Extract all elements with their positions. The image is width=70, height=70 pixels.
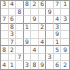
sudoku-cell-given: 9 xyxy=(61,46,69,54)
sudoku-cell-given: 7 xyxy=(54,1,62,9)
sudoku-cell-given: 8 xyxy=(31,61,39,69)
sudoku-cell-given: 2 xyxy=(61,61,69,69)
sudoku-cell-empty[interactable] xyxy=(46,39,54,47)
sudoku-cell-empty[interactable] xyxy=(1,54,9,62)
sudoku-cell-empty[interactable] xyxy=(46,24,54,32)
sudoku-cell-empty[interactable] xyxy=(24,54,32,62)
sudoku-cell-given: 2 xyxy=(39,24,47,32)
sudoku-cell-given: 8 xyxy=(9,24,17,32)
sudoku-cell-empty[interactable] xyxy=(54,54,62,62)
sudoku-cell-empty[interactable] xyxy=(46,46,54,54)
sudoku-cell-empty[interactable] xyxy=(24,46,32,54)
sudoku-cell-empty[interactable] xyxy=(39,54,47,62)
sudoku-cell-empty[interactable] xyxy=(9,9,17,17)
sudoku-cell-empty[interactable] xyxy=(31,24,39,32)
sudoku-cell-empty[interactable] xyxy=(46,16,54,24)
sudoku-cell-given: 8 xyxy=(16,9,24,17)
sudoku-cell-given: 9 xyxy=(24,39,32,47)
sudoku-cell-given: 9 xyxy=(46,9,54,17)
sudoku-cell-empty[interactable] xyxy=(61,31,69,39)
sudoku-cell-given: 4 xyxy=(39,39,47,47)
sudoku-cell-given: 3 xyxy=(54,24,62,32)
sudoku-cell-given: 1 xyxy=(54,39,62,47)
sudoku-cell-given: 4 xyxy=(1,61,9,69)
sudoku-cell-empty[interactable] xyxy=(9,54,17,62)
sudoku-cell-given: 8 xyxy=(1,46,9,54)
sudoku-cell-given: 7 xyxy=(1,16,9,24)
sudoku-cell-empty[interactable] xyxy=(16,39,24,47)
sudoku-board: 34826718976943812339794182459734138962 xyxy=(0,0,70,70)
sudoku-cell-empty[interactable] xyxy=(16,46,24,54)
sudoku-cell-given: 6 xyxy=(39,1,47,9)
sudoku-cell-empty[interactable] xyxy=(61,39,69,47)
sudoku-cell-given: 7 xyxy=(9,39,17,47)
sudoku-cell-empty[interactable] xyxy=(1,9,9,17)
sudoku-cell-empty[interactable] xyxy=(1,39,9,47)
sudoku-cell-given: 4 xyxy=(31,46,39,54)
sudoku-cell-empty[interactable] xyxy=(46,61,54,69)
sudoku-cell-empty[interactable] xyxy=(31,39,39,47)
sudoku-cell-empty[interactable] xyxy=(46,1,54,9)
sudoku-cell-given: 9 xyxy=(54,31,62,39)
sudoku-cell-given: 6 xyxy=(54,61,62,69)
sudoku-cell-empty[interactable] xyxy=(24,16,32,24)
sudoku-cell-empty[interactable] xyxy=(16,24,24,32)
sudoku-cell-empty[interactable] xyxy=(24,9,32,17)
sudoku-cell-given: 3 xyxy=(61,16,69,24)
sudoku-cell-empty[interactable] xyxy=(16,31,24,39)
sudoku-cell-empty[interactable] xyxy=(31,9,39,17)
sudoku-cell-empty[interactable] xyxy=(46,31,54,39)
sudoku-cell-given: 3 xyxy=(24,61,32,69)
sudoku-cell-given: 8 xyxy=(24,1,32,9)
sudoku-cell-empty[interactable] xyxy=(16,61,24,69)
sudoku-cell-given: 5 xyxy=(54,46,62,54)
sudoku-cell-given: 9 xyxy=(39,61,47,69)
sudoku-cell-given: 9 xyxy=(31,16,39,24)
sudoku-cell-empty[interactable] xyxy=(61,9,69,17)
sudoku-cell-empty[interactable] xyxy=(1,31,9,39)
sudoku-cell-given: 2 xyxy=(31,1,39,9)
sudoku-cell-empty[interactable] xyxy=(31,31,39,39)
sudoku-cell-empty[interactable] xyxy=(54,9,62,17)
sudoku-cell-given: 4 xyxy=(54,16,62,24)
sudoku-cell-given: 3 xyxy=(1,1,9,9)
sudoku-cell-empty[interactable] xyxy=(39,46,47,54)
sudoku-cell-empty[interactable] xyxy=(1,24,9,32)
sudoku-cell-given: 3 xyxy=(46,54,54,62)
sudoku-cell-given: 1 xyxy=(24,24,32,32)
sudoku-cell-given: 2 xyxy=(9,46,17,54)
sudoku-cell-given: 7 xyxy=(16,54,24,62)
sudoku-cell-empty[interactable] xyxy=(24,31,32,39)
sudoku-cell-empty[interactable] xyxy=(39,16,47,24)
sudoku-cell-given: 1 xyxy=(61,1,69,9)
sudoku-cell-empty[interactable] xyxy=(16,16,24,24)
sudoku-cell-given: 3 xyxy=(9,31,17,39)
sudoku-cell-given: 1 xyxy=(9,61,17,69)
sudoku-cell-empty[interactable] xyxy=(61,24,69,32)
sudoku-cell-empty[interactable] xyxy=(31,54,39,62)
sudoku-cell-empty[interactable] xyxy=(61,54,69,62)
sudoku-cell-empty[interactable] xyxy=(39,9,47,17)
sudoku-cell-given: 6 xyxy=(9,16,17,24)
sudoku-cell-given: 4 xyxy=(9,1,17,9)
sudoku-cell-empty[interactable] xyxy=(39,31,47,39)
sudoku-cell-empty[interactable] xyxy=(16,1,24,9)
